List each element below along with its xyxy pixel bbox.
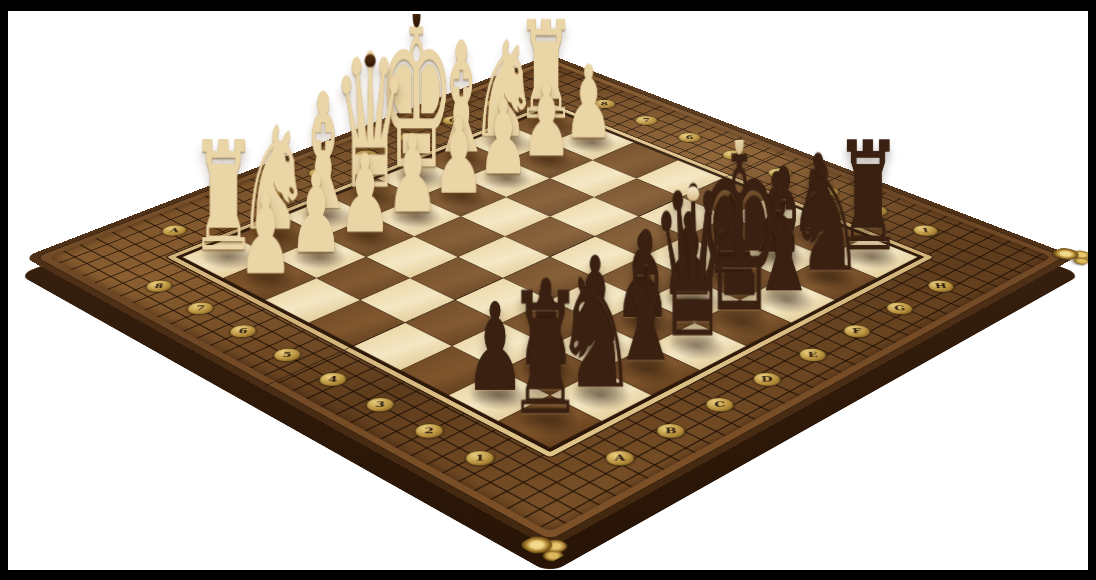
piece-dark-rook-a1: ♜: [478, 285, 613, 423]
contrast-finial: [734, 127, 743, 154]
contrast-finial: [687, 186, 700, 201]
rank-label-right-7: 7: [634, 116, 658, 125]
chess-board: ♜♟♟♜♞♟♟♞♝♟♟♝♚♟♟♚♛♟♟♛♝♟♟♝♞♟♟♞♜♟♟♜ HH88GG7…: [24, 55, 1076, 549]
brass-clasp-east-corner-icon: [1050, 244, 1088, 266]
contrast-finial: [365, 54, 376, 67]
product-photo-chess-set: ♜♟♟♜♞♟♟♞♝♟♟♝♚♟♟♚♛♟♟♛♝♟♟♝♞♟♟♞♜♟♟♜ HH88GG7…: [0, 0, 1096, 580]
contrast-finial: [412, 11, 420, 27]
rank-label-right-8: 8: [592, 99, 615, 108]
piece-light-pawn-a7: ♟: [198, 188, 332, 280]
photo-background: ♜♟♟♜♞♟♟♞♝♟♟♝♚♟♟♚♛♟♟♛♝♟♟♝♞♟♟♞♜♟♟♜ HH88GG7…: [8, 11, 1088, 570]
